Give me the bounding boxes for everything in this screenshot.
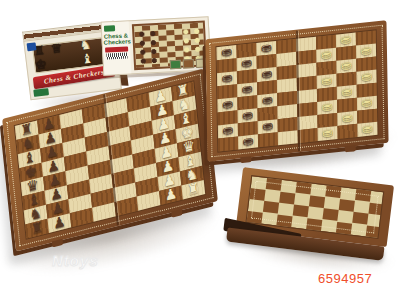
dark-checker: ⛂	[257, 93, 277, 107]
light-checker: ⛂	[317, 100, 337, 114]
board-foot	[345, 145, 356, 152]
dark-checker: ⛂	[238, 134, 258, 148]
dark-checker: ⛂	[217, 97, 237, 111]
light-checker: ⛂	[316, 48, 336, 62]
light-checker: ⛂	[336, 33, 356, 47]
light-checkers-art	[180, 27, 202, 62]
chess-pieces-dark-icon: ♜ ♛ ♚	[33, 39, 80, 72]
checkers-square	[337, 124, 357, 139]
watermark: Ntoys	[52, 252, 99, 269]
light-checker: ⛂	[356, 43, 376, 57]
checkers-box-label-panel: Chess & Checkers	[102, 21, 132, 74]
light-checker: ⛂	[337, 111, 357, 125]
barcode	[106, 53, 127, 60]
dark-checker: ⛂	[217, 71, 237, 85]
light-checker: ⛂	[357, 122, 377, 136]
checkers-square	[298, 128, 318, 143]
dark-checker: ⛂	[258, 119, 278, 133]
dark-checker: ⛂	[238, 108, 258, 122]
thumbnail	[170, 60, 181, 70]
checkers-square	[218, 136, 238, 151]
dark-checker: ⛂	[217, 45, 237, 59]
dark-checker: ⛂	[237, 56, 257, 70]
brand-logo	[27, 42, 37, 51]
dark-checker: ⛂	[218, 123, 238, 137]
green-badge	[33, 88, 49, 97]
checkers-square: ⛂	[238, 134, 258, 149]
light-checker: ⛂	[318, 126, 338, 140]
box-thumbnails	[170, 58, 207, 69]
light-checker: ⛂	[357, 96, 377, 110]
dark-checker: ⛂	[256, 41, 276, 55]
product-photo: ♜ ♛ ♚ ♞ ♝ Chess & Checkers Chess & Check…	[0, 0, 400, 300]
checkers-board-open: ⛂⛂⛂⛂⛂⛂⛂⛂⛂⛂⛂⛂⛂⛂⛂⛂⛂⛂⛂⛂⛂⛂⛂⛂	[205, 20, 388, 161]
dark-checkers-art	[136, 29, 158, 64]
frame-pin-dots	[251, 181, 379, 234]
light-checker: ⛂	[337, 85, 357, 99]
board-foot	[240, 156, 251, 163]
checkers-square: ⛂	[318, 126, 338, 141]
green-badge	[104, 25, 115, 32]
dark-checker: ⛂	[257, 67, 277, 81]
checkers-box: Chess & Checkers	[101, 16, 212, 76]
checkers-square	[258, 132, 278, 147]
dark-checker: ⛂	[237, 82, 257, 96]
light-checker: ⛂	[356, 70, 376, 84]
checkers-box-title: Chess & Checkers	[102, 32, 130, 45]
light-checker: ⛂	[336, 59, 356, 73]
light-checker: ⛂	[317, 74, 337, 88]
checkers-square	[278, 130, 298, 145]
product-number: 6594957	[318, 271, 372, 286]
thumbnail	[183, 59, 194, 69]
checkers-square: ⛂	[357, 122, 377, 137]
